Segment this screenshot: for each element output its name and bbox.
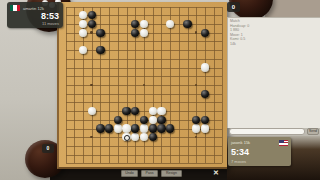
white-captures-badge: 0 — [227, 2, 240, 12]
black-stone — [192, 116, 200, 124]
go-client-window: Match Handicap: 0 1 880 Move: 1 Komi: 0.… — [0, 0, 320, 180]
black-stone — [149, 124, 157, 132]
black-stone — [201, 29, 209, 37]
close-icon[interactable]: ✕ — [213, 169, 219, 177]
white-stone — [157, 107, 165, 115]
black-stone — [114, 116, 122, 124]
white-stone — [140, 124, 148, 132]
black-stone — [131, 107, 139, 115]
black-stone — [131, 20, 139, 28]
grid-line — [161, 7, 162, 164]
black-stone — [122, 107, 130, 115]
white-stone — [166, 20, 174, 28]
black-stone — [96, 46, 104, 54]
black-stone — [88, 11, 96, 19]
player-moves-bottom: 7 moves — [231, 159, 246, 164]
white-stone — [149, 107, 157, 115]
white-stone — [122, 133, 130, 141]
grid-line — [170, 7, 171, 164]
last-move-marker — [124, 135, 130, 141]
white-stone — [122, 124, 130, 132]
black-stone — [131, 124, 139, 132]
white-stone — [79, 11, 87, 19]
black-stone — [140, 116, 148, 124]
white-stone — [140, 29, 148, 37]
black-stone — [105, 124, 113, 132]
black-captures-badge: 0 — [42, 144, 54, 153]
white-stone — [192, 124, 200, 132]
grid-line — [222, 7, 223, 164]
white-stone — [79, 20, 87, 28]
player-clock-bottom: 5:34 — [231, 147, 249, 157]
white-stone — [88, 107, 96, 115]
player-name-bottom: jasonk 15k — [231, 140, 250, 145]
usa-flag-icon — [279, 140, 288, 146]
top-right-floor — [265, 0, 320, 18]
black-stone — [149, 133, 157, 141]
white-stone — [140, 20, 148, 28]
black-stone — [88, 20, 96, 28]
black-stone — [131, 29, 139, 37]
white-stone — [131, 133, 139, 141]
black-stone — [157, 124, 165, 132]
send-button[interactable]: Send — [307, 128, 319, 135]
grid-line — [66, 146, 223, 147]
black-stone — [201, 116, 209, 124]
grid-line — [214, 7, 215, 164]
player-moves-top: 11 moves — [42, 21, 59, 26]
grid-line — [66, 102, 223, 103]
player-name-top: amartin 12k — [23, 6, 44, 11]
white-stone — [79, 46, 87, 54]
black-stone — [183, 20, 191, 28]
white-stone — [149, 116, 157, 124]
grid-line — [66, 94, 223, 95]
grid-line — [66, 163, 223, 164]
star-point — [90, 84, 92, 86]
goban[interactable] — [57, 2, 227, 169]
white-stone — [79, 29, 87, 37]
undo-button[interactable]: Undo — [121, 170, 138, 177]
star-point — [90, 31, 92, 33]
player-panel-bottom: jasonk 15k 5:34 7 moves — [228, 137, 291, 166]
mexico-flag-icon — [10, 5, 20, 11]
black-stone — [166, 124, 174, 132]
grid-line — [66, 155, 223, 156]
black-stone — [201, 90, 209, 98]
player-panel-top: amartin 12k 8:53 11 moves — [7, 2, 63, 28]
white-stone — [114, 124, 122, 132]
grid-line — [188, 7, 189, 164]
black-stone — [96, 124, 104, 132]
white-stone — [201, 63, 209, 71]
pass-button[interactable]: Pass — [141, 170, 158, 177]
white-stone — [201, 124, 209, 132]
white-stone — [140, 133, 148, 141]
chat-input[interactable] — [229, 128, 305, 135]
player-clock-top: 8:53 — [41, 11, 59, 21]
game-info-line: 14k — [228, 42, 320, 47]
chat-panel: Match Handicap: 0 1 880 Move: 1 Komi: 0.… — [227, 17, 320, 128]
resign-button[interactable]: Resign — [161, 170, 182, 177]
black-stone — [96, 29, 104, 37]
grid-line — [179, 7, 180, 164]
black-stone — [157, 116, 165, 124]
